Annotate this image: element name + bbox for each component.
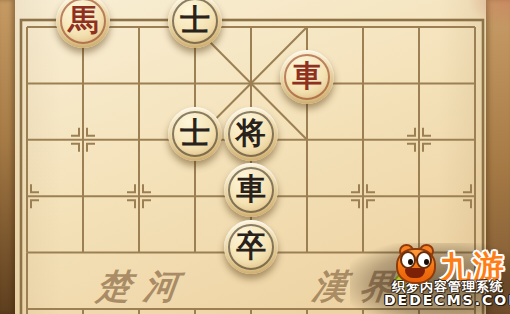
black-advisor-glyph: 士 — [180, 5, 210, 35]
pieces-layer: 馬士車士将車卒 — [0, 0, 510, 314]
piece-red-horse[interactable]: 馬 — [56, 0, 110, 48]
black-chariot-glyph: 車 — [236, 174, 266, 204]
red-chariot-glyph: 車 — [292, 61, 322, 91]
piece-black-chariot[interactable]: 車 — [224, 163, 278, 217]
black-advisor-glyph: 士 — [180, 118, 210, 148]
corner-tint — [470, 0, 510, 26]
xiangqi-board: 楚河 漢界 馬士車士将車卒 — [0, 0, 510, 314]
piece-black-advisor[interactable]: 士 — [168, 0, 222, 48]
piece-black-advisor[interactable]: 士 — [168, 107, 222, 161]
table-edge-left — [0, 0, 15, 314]
red-horse-glyph: 馬 — [68, 5, 98, 35]
black-soldier-glyph: 卒 — [236, 231, 266, 261]
piece-black-soldier[interactable]: 卒 — [224, 220, 278, 274]
xiangqi-game-screenshot: 楚河 漢界 馬士車士将車卒 九游 织梦内容管理系统 DEDECMS.COM — [0, 0, 510, 314]
piece-black-general[interactable]: 将 — [224, 107, 278, 161]
table-edge-right — [486, 0, 510, 314]
black-general-glyph: 将 — [236, 118, 266, 148]
piece-red-chariot[interactable]: 車 — [280, 50, 334, 104]
